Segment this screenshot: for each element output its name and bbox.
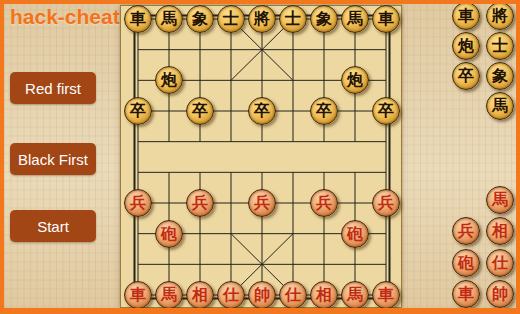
- board-piece-red-f2r9[interactable]: 相: [186, 281, 214, 309]
- board-piece-black-f2r0[interactable]: 象: [186, 5, 214, 33]
- board-piece-black-f4r3[interactable]: 卒: [248, 97, 276, 125]
- tray-black-piece-2[interactable]: 炮: [452, 32, 480, 60]
- tray-red-piece-5[interactable]: 車: [452, 280, 480, 308]
- tray-black-piece-1[interactable]: 將: [486, 2, 514, 30]
- board-piece-red-f5r9[interactable]: 仕: [279, 281, 307, 309]
- board-piece-red-f4r9[interactable]: 帥: [248, 281, 276, 309]
- board-piece-black-f6r3[interactable]: 卒: [310, 97, 338, 125]
- board-piece-red-f6r6[interactable]: 兵: [310, 189, 338, 217]
- board-grid: [121, 6, 401, 307]
- board-piece-red-f1r7[interactable]: 砲: [155, 220, 183, 248]
- board-piece-red-f8r6[interactable]: 兵: [372, 189, 400, 217]
- tray-red-piece-0[interactable]: 馬: [486, 186, 514, 214]
- board-piece-black-f2r3[interactable]: 卒: [186, 97, 214, 125]
- board-piece-red-f6r9[interactable]: 相: [310, 281, 338, 309]
- board-piece-red-f3r9[interactable]: 仕: [217, 281, 245, 309]
- board-piece-red-f7r7[interactable]: 砲: [341, 220, 369, 248]
- board-piece-black-f3r0[interactable]: 士: [217, 5, 245, 33]
- board-piece-red-f2r6[interactable]: 兵: [186, 189, 214, 217]
- tray-black-piece-4[interactable]: 卒: [452, 62, 480, 90]
- red-first-button[interactable]: Red first: [10, 72, 96, 104]
- tray-red-piece-1[interactable]: 兵: [452, 217, 480, 245]
- tray-red-piece-4[interactable]: 仕: [486, 249, 514, 277]
- tray-black-piece-5[interactable]: 象: [486, 62, 514, 90]
- board-piece-black-f6r0[interactable]: 象: [310, 5, 338, 33]
- tray-red-piece-2[interactable]: 相: [486, 217, 514, 245]
- board-piece-red-f7r9[interactable]: 馬: [341, 281, 369, 309]
- tray-red-piece-6[interactable]: 帥: [486, 280, 514, 308]
- board-piece-black-f8r0[interactable]: 車: [372, 5, 400, 33]
- board-piece-black-f5r0[interactable]: 士: [279, 5, 307, 33]
- board-piece-black-f0r3[interactable]: 卒: [124, 97, 152, 125]
- board-piece-black-f1r0[interactable]: 馬: [155, 5, 183, 33]
- board-piece-black-f4r0[interactable]: 將: [248, 5, 276, 33]
- tray-black-piece-6[interactable]: 馬: [486, 92, 514, 120]
- start-button[interactable]: Start: [10, 210, 96, 242]
- board-piece-black-f7r0[interactable]: 馬: [341, 5, 369, 33]
- board-piece-red-f1r9[interactable]: 馬: [155, 281, 183, 309]
- tray-red-piece-3[interactable]: 砲: [452, 249, 480, 277]
- board-piece-red-f0r9[interactable]: 車: [124, 281, 152, 309]
- black-first-button[interactable]: Black First: [10, 143, 96, 175]
- board-piece-red-f8r9[interactable]: 車: [372, 281, 400, 309]
- board-piece-black-f8r3[interactable]: 卒: [372, 97, 400, 125]
- xiangqi-board[interactable]: 車馬象士將士象馬車炮炮卒卒卒卒卒兵兵兵兵兵砲砲車馬相仕帥仕相馬車: [120, 5, 402, 308]
- app-window: hack-cheat.org Red first Black First Sta…: [0, 0, 520, 314]
- board-piece-red-f4r6[interactable]: 兵: [248, 189, 276, 217]
- board-piece-red-f0r6[interactable]: 兵: [124, 189, 152, 217]
- tray-black-piece-0[interactable]: 車: [452, 2, 480, 30]
- board-piece-black-f0r0[interactable]: 車: [124, 5, 152, 33]
- tray-black-piece-3[interactable]: 士: [486, 32, 514, 60]
